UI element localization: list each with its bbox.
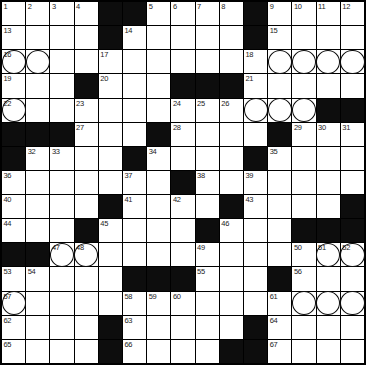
cell-r9c7[interactable]: [147, 195, 170, 218]
circle-marker: [292, 291, 316, 315]
block-r2c5: [99, 26, 122, 49]
cell-r12c14[interactable]: [317, 267, 340, 290]
cell-r12c4[interactable]: [75, 267, 98, 290]
cell-r8c3[interactable]: [50, 171, 73, 194]
block-r6c7: [147, 123, 170, 146]
cell-r4c15[interactable]: [341, 74, 364, 97]
clue-number-29: 29: [294, 123, 302, 132]
block-r1c11: [244, 2, 267, 25]
cell-r15c12[interactable]: 67: [268, 340, 291, 363]
clue-number-55: 55: [197, 267, 205, 276]
cell-r3c2[interactable]: [26, 50, 49, 73]
clue-number-60: 60: [173, 292, 181, 301]
block-r9c15: [341, 195, 364, 218]
cell-r3c8[interactable]: [171, 50, 194, 73]
cell-r13c10[interactable]: [220, 292, 243, 315]
cell-r7c10[interactable]: [220, 147, 243, 170]
cell-r7c7[interactable]: 34: [147, 147, 170, 170]
cell-r14c7[interactable]: [147, 316, 170, 339]
cell-r3c1[interactable]: 16: [2, 50, 25, 73]
cell-r14c3[interactable]: [50, 316, 73, 339]
cell-r8c12[interactable]: [268, 171, 291, 194]
circle-marker: [2, 291, 26, 315]
cell-r13c7[interactable]: 59: [147, 292, 170, 315]
cell-r11c6[interactable]: [123, 243, 146, 266]
cell-r15c15[interactable]: [341, 340, 364, 363]
cell-r3c5[interactable]: 17: [99, 50, 122, 73]
cell-r2c9[interactable]: [196, 26, 219, 49]
cell-r11c3[interactable]: 47: [50, 243, 73, 266]
block-r1c5: [99, 2, 122, 25]
block-r4c9: [196, 74, 219, 97]
block-r4c4: [75, 74, 98, 97]
cell-r4c3[interactable]: [50, 74, 73, 97]
clue-number-62: 62: [4, 316, 12, 325]
clue-number-43: 43: [246, 195, 254, 204]
cell-r2c14[interactable]: [317, 26, 340, 49]
cell-r11c4[interactable]: 48: [75, 243, 98, 266]
cell-r10c8[interactable]: [171, 219, 194, 242]
cell-r8c11[interactable]: 39: [244, 171, 267, 194]
clue-number-15: 15: [270, 26, 278, 35]
clue-number-32: 32: [28, 147, 36, 156]
cell-r9c9[interactable]: [196, 195, 219, 218]
cell-r13c4[interactable]: [75, 292, 98, 315]
cell-r8c10[interactable]: [220, 171, 243, 194]
clue-number-1: 1: [4, 2, 8, 11]
cell-r9c3[interactable]: [50, 195, 73, 218]
circle-marker: [50, 243, 74, 267]
cell-r8c6[interactable]: 37: [123, 171, 146, 194]
cell-r13c14[interactable]: [317, 292, 340, 315]
cell-r9c11[interactable]: 43: [244, 195, 267, 218]
block-r10c9: [196, 219, 219, 242]
cell-r3c15[interactable]: [341, 50, 364, 73]
circle-marker: [2, 98, 26, 122]
cell-r2c6[interactable]: 14: [123, 26, 146, 49]
cell-r7c4[interactable]: [75, 147, 98, 170]
cell-r2c2[interactable]: [26, 26, 49, 49]
block-r6c2: [26, 123, 49, 146]
cell-r13c9[interactable]: [196, 292, 219, 315]
block-r14c5: [99, 316, 122, 339]
cell-r3c12[interactable]: [268, 50, 291, 73]
cell-r4c14[interactable]: [317, 74, 340, 97]
cell-r3c6[interactable]: [123, 50, 146, 73]
cell-r12c2[interactable]: 54: [26, 267, 49, 290]
clue-number-19: 19: [4, 74, 12, 83]
cell-r6c9[interactable]: [196, 123, 219, 146]
cell-r10c2[interactable]: [26, 219, 49, 242]
clue-number-41: 41: [125, 195, 133, 204]
cell-r8c4[interactable]: [75, 171, 98, 194]
circle-marker: [340, 243, 364, 267]
cell-r14c12[interactable]: 64: [268, 316, 291, 339]
cell-r5c12[interactable]: [268, 99, 291, 122]
block-r4c10: [220, 74, 243, 97]
cell-r5c11[interactable]: [244, 99, 267, 122]
cell-r7c3[interactable]: 33: [50, 147, 73, 170]
cell-r5c1[interactable]: 22: [2, 99, 25, 122]
cell-r13c6[interactable]: 58: [123, 292, 146, 315]
cell-r8c9[interactable]: 38: [196, 171, 219, 194]
cell-r12c11[interactable]: [244, 267, 267, 290]
cell-r1c8[interactable]: 6: [171, 2, 194, 25]
circle-marker: [340, 50, 364, 74]
cell-r6c5[interactable]: [99, 123, 122, 146]
cell-r8c7[interactable]: [147, 171, 170, 194]
cell-r14c10[interactable]: [220, 316, 243, 339]
clue-number-54: 54: [28, 267, 36, 276]
block-r7c11: [244, 147, 267, 170]
cell-r2c15[interactable]: [341, 26, 364, 49]
clue-number-49: 49: [197, 243, 205, 252]
cell-r1c14[interactable]: 11: [317, 2, 340, 25]
cell-r3c9[interactable]: [196, 50, 219, 73]
clue-number-21: 21: [246, 74, 254, 83]
cell-r12c9[interactable]: 55: [196, 267, 219, 290]
clue-number-31: 31: [342, 123, 350, 132]
cell-r8c5[interactable]: [99, 171, 122, 194]
cell-r10c6[interactable]: [123, 219, 146, 242]
clue-number-57: 57: [4, 292, 12, 301]
cell-r1c13[interactable]: 10: [292, 2, 315, 25]
circle-marker: [74, 243, 98, 267]
cell-r15c1[interactable]: 65: [2, 340, 25, 363]
cell-r9c6[interactable]: 41: [123, 195, 146, 218]
cell-r1c15[interactable]: 12: [341, 2, 364, 25]
cell-r14c1[interactable]: 62: [2, 316, 25, 339]
cell-r11c13[interactable]: 50: [292, 243, 315, 266]
clue-number-36: 36: [4, 171, 12, 180]
cell-r12c10[interactable]: [220, 267, 243, 290]
cell-r13c2[interactable]: [26, 292, 49, 315]
cell-r1c1[interactable]: 1: [2, 2, 25, 25]
cell-r8c13[interactable]: [292, 171, 315, 194]
cell-r10c5[interactable]: 45: [99, 219, 122, 242]
cell-r14c8[interactable]: [171, 316, 194, 339]
clue-number-59: 59: [149, 292, 157, 301]
cell-r2c13[interactable]: [292, 26, 315, 49]
cell-r15c7[interactable]: [147, 340, 170, 363]
cell-r3c11[interactable]: 18: [244, 50, 267, 73]
cell-r3c13[interactable]: [292, 50, 315, 73]
circle-marker: [316, 243, 340, 267]
cell-r15c2[interactable]: [26, 340, 49, 363]
cell-r11c8[interactable]: [171, 243, 194, 266]
block-r11c2: [26, 243, 49, 266]
cell-r15c13[interactable]: [292, 340, 315, 363]
clue-number-3: 3: [52, 2, 56, 11]
cell-r4c5[interactable]: 20: [99, 74, 122, 97]
clue-number-56: 56: [294, 267, 302, 276]
clue-number-14: 14: [125, 26, 133, 35]
cell-r11c14[interactable]: 51: [317, 243, 340, 266]
block-r10c13: [292, 219, 315, 242]
cell-r13c13[interactable]: [292, 292, 315, 315]
clue-number-51: 51: [318, 243, 326, 252]
cell-r5c10[interactable]: 26: [220, 99, 243, 122]
cell-r9c2[interactable]: [26, 195, 49, 218]
cell-r2c1[interactable]: 13: [2, 26, 25, 49]
cell-r11c7[interactable]: [147, 243, 170, 266]
cell-r5c8[interactable]: 24: [171, 99, 194, 122]
cell-r14c15[interactable]: [341, 316, 364, 339]
cell-r2c4[interactable]: [75, 26, 98, 49]
clue-number-4: 4: [76, 2, 80, 11]
cell-r3c10[interactable]: [220, 50, 243, 73]
cell-r13c11[interactable]: [244, 292, 267, 315]
cell-r14c2[interactable]: [26, 316, 49, 339]
cell-r15c8[interactable]: [171, 340, 194, 363]
circle-marker: [316, 50, 340, 74]
cell-r11c12[interactable]: [268, 243, 291, 266]
clue-number-5: 5: [149, 2, 153, 11]
cell-r12c1[interactable]: 53: [2, 267, 25, 290]
clue-number-42: 42: [173, 195, 181, 204]
cell-r14c13[interactable]: [292, 316, 315, 339]
cell-r7c5[interactable]: [99, 147, 122, 170]
clue-number-24: 24: [173, 99, 181, 108]
cell-r4c2[interactable]: [26, 74, 49, 97]
clue-number-47: 47: [52, 243, 60, 252]
circle-marker: [2, 50, 26, 74]
cell-r5c3[interactable]: [50, 99, 73, 122]
cell-r12c3[interactable]: [50, 267, 73, 290]
cell-r14c4[interactable]: [75, 316, 98, 339]
clue-number-9: 9: [270, 2, 274, 11]
block-r5c14: [317, 99, 340, 122]
block-r12c12: [268, 267, 291, 290]
cell-r6c6[interactable]: [123, 123, 146, 146]
cell-r10c3[interactable]: [50, 219, 73, 242]
cell-r15c14[interactable]: [317, 340, 340, 363]
block-r12c7: [147, 267, 170, 290]
block-r10c14: [317, 219, 340, 242]
clue-number-7: 7: [197, 2, 201, 11]
cell-r15c4[interactable]: [75, 340, 98, 363]
cell-r2c8[interactable]: [171, 26, 194, 49]
cell-r15c6[interactable]: 66: [123, 340, 146, 363]
cell-r5c5[interactable]: [99, 99, 122, 122]
cell-r1c9[interactable]: 7: [196, 2, 219, 25]
cell-r8c14[interactable]: [317, 171, 340, 194]
cell-r8c2[interactable]: [26, 171, 49, 194]
cell-r9c8[interactable]: 42: [171, 195, 194, 218]
cell-r5c2[interactable]: [26, 99, 49, 122]
clue-number-61: 61: [270, 292, 278, 301]
cell-r1c7[interactable]: 5: [147, 2, 170, 25]
clue-number-50: 50: [294, 243, 302, 252]
cell-r2c12[interactable]: 15: [268, 26, 291, 49]
clue-number-33: 33: [52, 147, 60, 156]
cell-r6c8[interactable]: 28: [171, 123, 194, 146]
clue-number-23: 23: [76, 99, 84, 108]
block-r15c11: [244, 340, 267, 363]
cell-r1c10[interactable]: 8: [220, 2, 243, 25]
cell-r10c12[interactable]: [268, 219, 291, 242]
circle-marker: [268, 50, 292, 74]
cell-r3c14[interactable]: [317, 50, 340, 73]
clue-number-6: 6: [173, 2, 177, 11]
block-r12c8: [171, 267, 194, 290]
clue-number-30: 30: [318, 123, 326, 132]
cell-r13c15[interactable]: [341, 292, 364, 315]
cell-r9c14[interactable]: [317, 195, 340, 218]
block-r2c11: [244, 26, 267, 49]
clue-number-22: 22: [4, 99, 12, 108]
cell-r13c8[interactable]: 60: [171, 292, 194, 315]
cell-r11c10[interactable]: [220, 243, 243, 266]
cell-r11c9[interactable]: 49: [196, 243, 219, 266]
circle-marker: [26, 50, 50, 74]
clue-number-52: 52: [342, 243, 350, 252]
block-r11c1: [2, 243, 25, 266]
cell-r4c1[interactable]: 19: [2, 74, 25, 97]
clue-number-25: 25: [197, 99, 205, 108]
cell-r13c1[interactable]: 57: [2, 292, 25, 315]
clue-number-27: 27: [76, 123, 84, 132]
cell-r5c13[interactable]: [292, 99, 315, 122]
clue-number-66: 66: [125, 340, 133, 349]
cell-r4c6[interactable]: [123, 74, 146, 97]
block-r10c15: [341, 219, 364, 242]
cell-r6c14[interactable]: 30: [317, 123, 340, 146]
cell-r5c6[interactable]: [123, 99, 146, 122]
cell-r6c4[interactable]: 27: [75, 123, 98, 146]
cell-r13c12[interactable]: 61: [268, 292, 291, 315]
circle-marker: [340, 291, 364, 315]
clue-number-20: 20: [100, 74, 108, 83]
block-r8c8: [171, 171, 194, 194]
cell-r12c15[interactable]: [341, 267, 364, 290]
block-r6c1: [2, 123, 25, 146]
cell-r7c9[interactable]: [196, 147, 219, 170]
block-r12c6: [123, 267, 146, 290]
circle-marker: [292, 98, 316, 122]
clue-number-46: 46: [221, 219, 229, 228]
cell-r6c15[interactable]: 31: [341, 123, 364, 146]
clue-number-26: 26: [221, 99, 229, 108]
cell-r13c3[interactable]: [50, 292, 73, 315]
cell-r7c12[interactable]: 35: [268, 147, 291, 170]
clue-number-13: 13: [4, 26, 12, 35]
cell-r12c5[interactable]: [99, 267, 122, 290]
block-r1c6: [123, 2, 146, 25]
block-r15c5: [99, 340, 122, 363]
cell-r10c10[interactable]: 46: [220, 219, 243, 242]
circle-marker: [292, 50, 316, 74]
cell-r2c10[interactable]: [220, 26, 243, 49]
circle-marker: [268, 98, 292, 122]
cell-r4c7[interactable]: [147, 74, 170, 97]
clue-number-48: 48: [76, 243, 84, 252]
cell-r7c15[interactable]: [341, 147, 364, 170]
cell-r14c14[interactable]: [317, 316, 340, 339]
cell-r12c13[interactable]: 56: [292, 267, 315, 290]
cell-r7c14[interactable]: [317, 147, 340, 170]
circle-marker: [244, 98, 268, 122]
block-r7c1: [2, 147, 25, 170]
cell-r9c1[interactable]: 40: [2, 195, 25, 218]
cell-r1c3[interactable]: 3: [50, 2, 73, 25]
cell-r1c2[interactable]: 2: [26, 2, 49, 25]
cell-r11c11[interactable]: [244, 243, 267, 266]
cell-r11c5[interactable]: [99, 243, 122, 266]
clue-number-58: 58: [125, 292, 133, 301]
cell-r7c13[interactable]: [292, 147, 315, 170]
cell-r8c15[interactable]: [341, 171, 364, 194]
cell-r3c4[interactable]: [75, 50, 98, 73]
clue-number-11: 11: [318, 2, 325, 11]
cell-r9c12[interactable]: [268, 195, 291, 218]
cell-r10c11[interactable]: [244, 219, 267, 242]
block-r14c11: [244, 316, 267, 339]
block-r4c8: [171, 74, 194, 97]
clue-number-65: 65: [4, 340, 12, 349]
block-r9c10: [220, 195, 243, 218]
cell-r10c7[interactable]: [147, 219, 170, 242]
clue-number-17: 17: [100, 50, 108, 59]
cell-r9c13[interactable]: [292, 195, 315, 218]
block-r6c3: [50, 123, 73, 146]
cell-r1c4[interactable]: 4: [75, 2, 98, 25]
cell-r6c10[interactable]: [220, 123, 243, 146]
cell-r1c12[interactable]: 9: [268, 2, 291, 25]
cell-r7c8[interactable]: [171, 147, 194, 170]
block-r6c12: [268, 123, 291, 146]
clue-number-37: 37: [125, 171, 133, 180]
cell-r14c9[interactable]: [196, 316, 219, 339]
cell-r13c5[interactable]: [99, 292, 122, 315]
block-r7c6: [123, 147, 146, 170]
cell-r9c4[interactable]: [75, 195, 98, 218]
clue-number-16: 16: [4, 50, 12, 59]
cell-r4c11[interactable]: 21: [244, 74, 267, 97]
cell-r4c12[interactable]: [268, 74, 291, 97]
clue-number-10: 10: [294, 2, 302, 11]
cell-r6c11[interactable]: [244, 123, 267, 146]
cell-r4c13[interactable]: [292, 74, 315, 97]
cell-r15c9[interactable]: [196, 340, 219, 363]
clue-number-2: 2: [28, 2, 32, 11]
cell-r15c3[interactable]: [50, 340, 73, 363]
cell-r5c9[interactable]: 25: [196, 99, 219, 122]
clue-number-63: 63: [125, 316, 133, 325]
clue-number-28: 28: [173, 123, 181, 132]
clue-number-45: 45: [100, 219, 108, 228]
cell-r5c7[interactable]: [147, 99, 170, 122]
clue-number-39: 39: [246, 171, 254, 180]
clue-number-18: 18: [246, 50, 254, 59]
cell-r5c4[interactable]: 23: [75, 99, 98, 122]
cell-r8c1[interactable]: 36: [2, 171, 25, 194]
cell-r6c13[interactable]: 29: [292, 123, 315, 146]
clue-number-64: 64: [270, 316, 278, 325]
clue-number-40: 40: [4, 195, 12, 204]
cell-r3c7[interactable]: [147, 50, 170, 73]
clue-number-67: 67: [270, 340, 278, 349]
cell-r11c15[interactable]: 52: [341, 243, 364, 266]
block-r15c10: [220, 340, 243, 363]
cell-r3c3[interactable]: [50, 50, 73, 73]
cell-r2c3[interactable]: [50, 26, 73, 49]
cell-r2c7[interactable]: [147, 26, 170, 49]
cell-r10c1[interactable]: 44: [2, 219, 25, 242]
cell-r7c2[interactable]: 32: [26, 147, 49, 170]
cell-r14c6[interactable]: 63: [123, 316, 146, 339]
crossword-grid: 1234567891011121314151617181920212223242…: [0, 0, 366, 365]
